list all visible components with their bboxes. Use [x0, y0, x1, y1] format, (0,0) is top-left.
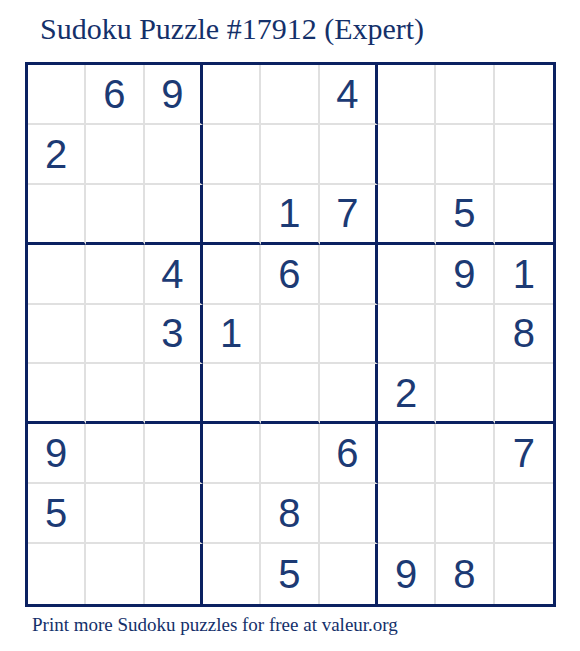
sudoku-board: 69421754691318296758598 — [25, 62, 556, 607]
cell-r3c3 — [145, 185, 203, 245]
cell-r8c1: 5 — [28, 484, 86, 544]
cell-r9c6 — [320, 544, 378, 604]
cell-r1c8 — [436, 65, 494, 125]
cell-r1c5 — [261, 65, 319, 125]
cell-r5c3: 3 — [145, 305, 203, 365]
cell-r2c2 — [86, 125, 144, 185]
cell-r9c7: 9 — [378, 544, 436, 604]
cell-r4c1 — [28, 245, 86, 305]
cell-r2c1: 2 — [28, 125, 86, 185]
cell-r2c8 — [436, 125, 494, 185]
cell-r8c2 — [86, 484, 144, 544]
cell-r3c7 — [378, 185, 436, 245]
cell-r3c6: 7 — [320, 185, 378, 245]
cell-r1c9 — [495, 65, 553, 125]
cell-r8c9 — [495, 484, 553, 544]
cell-r9c5: 5 — [261, 544, 319, 604]
cell-r5c7 — [378, 305, 436, 365]
cell-r3c8: 5 — [436, 185, 494, 245]
cell-r6c9 — [495, 364, 553, 424]
cell-r7c6: 6 — [320, 424, 378, 484]
cell-r3c9 — [495, 185, 553, 245]
cell-r7c2 — [86, 424, 144, 484]
cell-r9c8: 8 — [436, 544, 494, 604]
cell-r1c1 — [28, 65, 86, 125]
cell-r1c3: 9 — [145, 65, 203, 125]
cell-r2c9 — [495, 125, 553, 185]
cell-r7c7 — [378, 424, 436, 484]
cell-r5c4: 1 — [203, 305, 261, 365]
cell-r8c7 — [378, 484, 436, 544]
cell-r6c6 — [320, 364, 378, 424]
cell-r2c5 — [261, 125, 319, 185]
cell-r7c4 — [203, 424, 261, 484]
cell-r6c1 — [28, 364, 86, 424]
cell-r8c8 — [436, 484, 494, 544]
cell-r3c1 — [28, 185, 86, 245]
cell-r7c9: 7 — [495, 424, 553, 484]
cell-r9c4 — [203, 544, 261, 604]
cell-r7c8 — [436, 424, 494, 484]
cell-r6c4 — [203, 364, 261, 424]
cell-r5c6 — [320, 305, 378, 365]
cell-r5c9: 8 — [495, 305, 553, 365]
cell-r1c4 — [203, 65, 261, 125]
cell-r6c5 — [261, 364, 319, 424]
cell-r9c9 — [495, 544, 553, 604]
cell-r2c6 — [320, 125, 378, 185]
cell-r4c8: 9 — [436, 245, 494, 305]
cell-r4c4 — [203, 245, 261, 305]
cell-r5c2 — [86, 305, 144, 365]
cell-r5c5 — [261, 305, 319, 365]
cell-r9c3 — [145, 544, 203, 604]
cell-r5c1 — [28, 305, 86, 365]
cell-r8c6 — [320, 484, 378, 544]
cell-r4c5: 6 — [261, 245, 319, 305]
cell-r4c2 — [86, 245, 144, 305]
cell-r7c1: 9 — [28, 424, 86, 484]
cell-r8c3 — [145, 484, 203, 544]
cell-r8c4 — [203, 484, 261, 544]
cell-r7c3 — [145, 424, 203, 484]
footer-note: Print more Sudoku puzzles for free at va… — [32, 614, 398, 636]
cell-r2c3 — [145, 125, 203, 185]
cell-r4c9: 1 — [495, 245, 553, 305]
cell-r7c5 — [261, 424, 319, 484]
cell-r6c8 — [436, 364, 494, 424]
cell-r4c6 — [320, 245, 378, 305]
page-title: Sudoku Puzzle #17912 (Expert) — [40, 12, 424, 46]
sudoku-sheet: Sudoku Puzzle #17912 (Expert) 6942175469… — [0, 0, 580, 651]
cell-r4c7 — [378, 245, 436, 305]
cell-r8c5: 8 — [261, 484, 319, 544]
cell-r3c2 — [86, 185, 144, 245]
cell-r6c7: 2 — [378, 364, 436, 424]
cell-r2c7 — [378, 125, 436, 185]
cell-r3c5: 1 — [261, 185, 319, 245]
cell-r5c8 — [436, 305, 494, 365]
cell-r1c7 — [378, 65, 436, 125]
cell-r1c2: 6 — [86, 65, 144, 125]
cell-r6c3 — [145, 364, 203, 424]
cell-r4c3: 4 — [145, 245, 203, 305]
cell-r3c4 — [203, 185, 261, 245]
cell-r6c2 — [86, 364, 144, 424]
cell-r1c6: 4 — [320, 65, 378, 125]
cell-r9c2 — [86, 544, 144, 604]
cell-r9c1 — [28, 544, 86, 604]
cell-r2c4 — [203, 125, 261, 185]
